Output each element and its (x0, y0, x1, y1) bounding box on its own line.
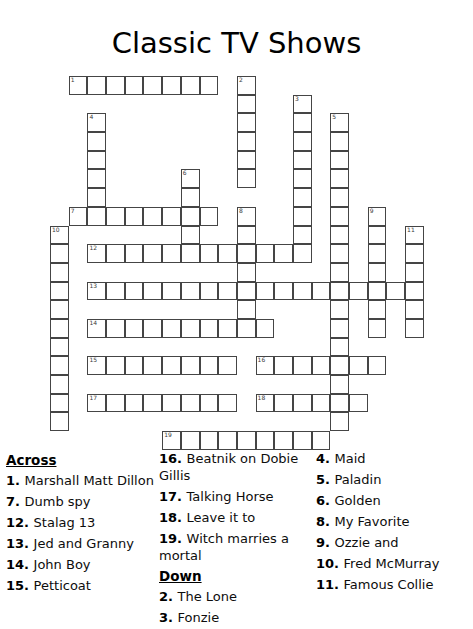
cell-r7c2[interactable] (87, 207, 106, 226)
cell-r6c0 (50, 188, 69, 207)
cell-r9c15[interactable] (330, 244, 349, 263)
cell-r7c12 (274, 207, 293, 226)
cell-r17c4[interactable] (125, 394, 144, 413)
clue-across-17: 17. Talking Horse (159, 488, 318, 505)
cell-r15c19 (405, 356, 424, 375)
cell-r7c15[interactable] (330, 207, 349, 226)
cell-r19c3 (106, 431, 125, 450)
cell-r12c16 (349, 300, 368, 319)
cell-r12c15[interactable] (330, 300, 349, 319)
cell-r5c10[interactable] (237, 169, 256, 188)
cell-r16c8 (200, 375, 219, 394)
cell-number-11: 11 (407, 227, 415, 233)
cell-r18c15[interactable] (330, 412, 349, 431)
clue-number-label: 14. (6, 557, 34, 572)
cell-r19c11[interactable] (256, 431, 275, 450)
cell-r6c11 (256, 188, 275, 207)
cell-r11c15[interactable] (330, 282, 349, 301)
cell-r1c6 (162, 95, 181, 114)
cell-r0c3[interactable] (106, 76, 125, 95)
cell-r18c0[interactable] (50, 412, 69, 431)
cell-r11c7[interactable] (181, 282, 200, 301)
cell-r13c17[interactable] (368, 319, 387, 338)
clue-number-label: 9. (316, 535, 335, 550)
cell-r5c2[interactable] (87, 169, 106, 188)
cell-r8c2 (87, 226, 106, 245)
cell-r10c10[interactable] (237, 263, 256, 282)
cell-r19c13[interactable] (293, 431, 312, 450)
cell-r13c11[interactable] (256, 319, 275, 338)
cell-r9c16 (349, 244, 368, 263)
cell-r6c8 (200, 188, 219, 207)
cell-r7c18 (386, 207, 405, 226)
cell-r10c9 (218, 263, 237, 282)
cell-r0c7[interactable] (181, 76, 200, 95)
cell-r18c18 (386, 412, 405, 431)
cell-r4c13[interactable] (293, 151, 312, 170)
cell-r17c16[interactable] (349, 394, 368, 413)
cell-r19c4 (125, 431, 144, 450)
cell-number-5: 5 (332, 114, 336, 120)
cell-r17c13[interactable] (293, 394, 312, 413)
cell-r12c6 (162, 300, 181, 319)
clue-down-11: 11. Famous Collie (316, 576, 473, 593)
cell-r14c4 (125, 338, 144, 357)
cell-r17c18 (386, 394, 405, 413)
cell-r13c0[interactable] (50, 319, 69, 338)
cell-r15c1 (69, 356, 88, 375)
cell-r19c17 (368, 431, 387, 450)
cell-r13c18 (386, 319, 405, 338)
cell-r9c5[interactable] (143, 244, 162, 263)
cell-r4c3 (106, 151, 125, 170)
clue-number-label: 5. (316, 472, 335, 487)
cell-r7c7[interactable] (181, 207, 200, 226)
cell-r15c7[interactable] (181, 356, 200, 375)
cell-r11c17[interactable] (368, 282, 387, 301)
cell-r2c5 (143, 113, 162, 132)
clue-number-label: 13. (6, 536, 34, 551)
cell-r12c12 (274, 300, 293, 319)
cell-r7c13[interactable] (293, 207, 312, 226)
cell-r13c9[interactable] (218, 319, 237, 338)
cell-r13c6[interactable] (162, 319, 181, 338)
cell-r13c4[interactable] (125, 319, 144, 338)
cell-r19c14[interactable] (312, 431, 331, 450)
cell-r15c0[interactable] (50, 356, 69, 375)
cell-r9c12[interactable] (274, 244, 293, 263)
cell-r1c13[interactable]: 3 (293, 95, 312, 114)
cell-r16c18 (386, 375, 405, 394)
cell-r10c4 (125, 263, 144, 282)
cell-r5c3 (106, 169, 125, 188)
cell-number-14: 14 (89, 320, 97, 326)
cell-r15c4[interactable] (125, 356, 144, 375)
cell-r15c13[interactable] (293, 356, 312, 375)
cell-r13c7[interactable] (181, 319, 200, 338)
cell-r8c13[interactable] (293, 226, 312, 245)
cell-r4c7 (181, 151, 200, 170)
clue-text: Paladin (335, 472, 382, 487)
cell-number-17: 17 (89, 395, 97, 401)
cell-r19c16 (349, 431, 368, 450)
cell-r2c7 (181, 113, 200, 132)
clue-text: John Boy (34, 557, 91, 572)
cell-r9c3[interactable] (106, 244, 125, 263)
cell-r9c6[interactable] (162, 244, 181, 263)
cell-r2c12 (274, 113, 293, 132)
cell-r11c14[interactable] (312, 282, 331, 301)
cell-r11c11[interactable] (256, 282, 275, 301)
cell-r19c9[interactable] (218, 431, 237, 450)
cell-r19c15 (330, 431, 349, 450)
cell-r2c13[interactable] (293, 113, 312, 132)
cell-r1c11 (256, 95, 275, 114)
cell-r3c2[interactable] (87, 132, 106, 151)
cell-r18c7 (181, 412, 200, 431)
cell-r15c11[interactable]: 16 (256, 356, 275, 375)
cell-r0c16 (349, 76, 368, 95)
cell-r7c1[interactable]: 7 (69, 207, 88, 226)
cell-r5c15[interactable] (330, 169, 349, 188)
cell-r6c2[interactable] (87, 188, 106, 207)
cell-r10c11 (256, 263, 275, 282)
cell-r10c19[interactable] (405, 263, 424, 282)
cell-r11c2[interactable]: 13 (87, 282, 106, 301)
cell-r18c14 (312, 412, 331, 431)
cell-r10c6 (162, 263, 181, 282)
cell-r16c3 (106, 375, 125, 394)
cell-r13c2[interactable]: 14 (87, 319, 106, 338)
cell-r8c17[interactable] (368, 226, 387, 245)
cell-r3c6 (162, 132, 181, 151)
cell-r6c3 (106, 188, 125, 207)
cell-r15c17[interactable] (368, 356, 387, 375)
cell-r15c15[interactable] (330, 356, 349, 375)
cell-r9c17[interactable] (368, 244, 387, 263)
cell-r10c2 (87, 263, 106, 282)
cell-r12c5 (143, 300, 162, 319)
cell-r8c19[interactable]: 11 (405, 226, 424, 245)
cell-r19c10[interactable] (237, 431, 256, 450)
clue-text: Stalag 13 (34, 515, 96, 530)
cell-r16c0[interactable] (50, 375, 69, 394)
cell-r10c7 (181, 263, 200, 282)
cell-r17c11[interactable]: 18 (256, 394, 275, 413)
cell-r11c8[interactable] (200, 282, 219, 301)
cell-number-2: 2 (239, 77, 243, 83)
clue-text: Golden (335, 493, 381, 508)
cell-r6c6 (162, 188, 181, 207)
clue-number-label: 19. (159, 531, 187, 546)
clue-across-19: 19. Witch marries a mortal (159, 530, 318, 564)
cell-r9c9[interactable] (218, 244, 237, 263)
cell-r8c5 (143, 226, 162, 245)
cell-r2c17 (368, 113, 387, 132)
cell-r5c11 (256, 169, 275, 188)
cell-r15c2[interactable]: 15 (87, 356, 106, 375)
cell-r6c7[interactable] (181, 188, 200, 207)
cell-r17c8[interactable] (200, 394, 219, 413)
cell-r15c16[interactable] (349, 356, 368, 375)
cell-r3c13[interactable] (293, 132, 312, 151)
cell-r9c7[interactable] (181, 244, 200, 263)
cell-r15c9[interactable] (218, 356, 237, 375)
cell-r10c17[interactable] (368, 263, 387, 282)
cell-r8c4 (125, 226, 144, 245)
clues-column-2: 16. Beatnik on Dobie Gillis17. Talking H… (159, 450, 318, 629)
cell-r11c18[interactable] (386, 282, 405, 301)
cell-r4c2[interactable] (87, 151, 106, 170)
cell-r0c15 (330, 76, 349, 95)
cell-r5c13[interactable] (293, 169, 312, 188)
cell-r2c3 (106, 113, 125, 132)
cell-r13c10[interactable] (237, 319, 256, 338)
cell-r12c10[interactable] (237, 300, 256, 319)
cell-number-3: 3 (295, 96, 299, 102)
cell-r17c12[interactable] (274, 394, 293, 413)
cell-r17c17 (368, 394, 387, 413)
cell-r3c5 (143, 132, 162, 151)
cell-r4c15[interactable] (330, 151, 349, 170)
cell-r15c8[interactable] (200, 356, 219, 375)
cell-r1c4 (125, 95, 144, 114)
cell-r5c8 (200, 169, 219, 188)
cell-r16c2 (87, 375, 106, 394)
cell-r4c10[interactable] (237, 151, 256, 170)
cell-r11c16[interactable] (349, 282, 368, 301)
cell-r17c15[interactable] (330, 394, 349, 413)
clue-text: My Favorite (335, 514, 410, 529)
cell-r0c10[interactable]: 2 (237, 76, 256, 95)
cell-r3c9 (218, 132, 237, 151)
cell-r1c8 (200, 95, 219, 114)
cell-r2c19 (405, 113, 424, 132)
cell-r0c2[interactable] (87, 76, 106, 95)
cell-r12c18 (386, 300, 405, 319)
cell-r18c16 (349, 412, 368, 431)
cell-r13c19[interactable] (405, 319, 424, 338)
cell-r3c7 (181, 132, 200, 151)
cell-r8c10[interactable] (237, 226, 256, 245)
cell-r13c14 (312, 319, 331, 338)
cell-r17c2[interactable]: 17 (87, 394, 106, 413)
cell-r17c14[interactable] (312, 394, 331, 413)
clue-number-label: 2. (159, 589, 178, 604)
cell-r2c10[interactable] (237, 113, 256, 132)
cell-r12c17[interactable] (368, 300, 387, 319)
cell-r2c0 (50, 113, 69, 132)
cell-r19c12[interactable] (274, 431, 293, 450)
cell-r11c5[interactable] (143, 282, 162, 301)
cell-r11c13[interactable] (293, 282, 312, 301)
cell-r9c8[interactable] (200, 244, 219, 263)
cell-r19c6[interactable]: 19 (162, 431, 181, 450)
cell-r5c1 (69, 169, 88, 188)
cell-r1c10[interactable] (237, 95, 256, 114)
cell-r16c17 (368, 375, 387, 394)
cell-r10c8 (200, 263, 219, 282)
cell-r16c13 (293, 375, 312, 394)
cell-r16c15[interactable] (330, 375, 349, 394)
cell-r2c16 (349, 113, 368, 132)
cell-r0c17 (368, 76, 387, 95)
cell-r12c19[interactable] (405, 300, 424, 319)
cell-r0c1[interactable]: 1 (69, 76, 88, 95)
cell-r13c12 (274, 319, 293, 338)
cell-r2c4 (125, 113, 144, 132)
clue-number-label: 18. (159, 510, 187, 525)
cell-r8c16 (349, 226, 368, 245)
cell-r5c17 (368, 169, 387, 188)
cell-r10c3 (106, 263, 125, 282)
cell-r11c0[interactable] (50, 282, 69, 301)
cell-number-9: 9 (370, 208, 374, 214)
cell-r3c15[interactable] (330, 132, 349, 151)
cell-r7c4[interactable] (125, 207, 144, 226)
cell-r8c1 (69, 226, 88, 245)
cell-r18c12 (274, 412, 293, 431)
cell-r17c10 (237, 394, 256, 413)
clue-number-label: 7. (6, 494, 25, 509)
cell-r3c3 (106, 132, 125, 151)
page-title: Classic TV Shows (0, 26, 473, 60)
cell-r11c19[interactable] (405, 282, 424, 301)
cell-r13c16 (349, 319, 368, 338)
cell-r11c4[interactable] (125, 282, 144, 301)
cell-r7c8[interactable] (200, 207, 219, 226)
cell-r11c12[interactable] (274, 282, 293, 301)
cell-r14c5 (143, 338, 162, 357)
cell-r0c6[interactable] (162, 76, 181, 95)
cell-r15c5[interactable] (143, 356, 162, 375)
cell-r2c18 (386, 113, 405, 132)
cell-r11c10[interactable] (237, 282, 256, 301)
cell-r11c3[interactable] (106, 282, 125, 301)
clue-text: Famous Collie (344, 577, 434, 592)
cell-r4c16 (349, 151, 368, 170)
cell-r4c11 (256, 151, 275, 170)
cell-r19c8[interactable] (200, 431, 219, 450)
cell-r13c8[interactable] (200, 319, 219, 338)
cell-r8c0[interactable]: 10 (50, 226, 69, 245)
cell-r2c15[interactable]: 5 (330, 113, 349, 132)
cell-r9c4[interactable] (125, 244, 144, 263)
cell-r1c3 (106, 95, 125, 114)
cell-r5c14 (312, 169, 331, 188)
cell-r1c7 (181, 95, 200, 114)
cell-r0c4[interactable] (125, 76, 144, 95)
cell-r8c8 (200, 226, 219, 245)
cell-r14c3 (106, 338, 125, 357)
cell-r7c17[interactable]: 9 (368, 207, 387, 226)
cell-r0c5[interactable] (143, 76, 162, 95)
cell-r17c6[interactable] (162, 394, 181, 413)
cell-r15c6[interactable] (162, 356, 181, 375)
cell-r2c2[interactable]: 4 (87, 113, 106, 132)
cell-r16c16 (349, 375, 368, 394)
cell-r3c14 (312, 132, 331, 151)
cell-r9c0[interactable] (50, 244, 69, 263)
cell-r7c3[interactable] (106, 207, 125, 226)
cell-r11c6[interactable] (162, 282, 181, 301)
cell-r17c9[interactable] (218, 394, 237, 413)
cell-r10c15[interactable] (330, 263, 349, 282)
cell-r13c15[interactable] (330, 319, 349, 338)
cell-r10c13 (293, 263, 312, 282)
cell-r17c5[interactable] (143, 394, 162, 413)
cell-r6c5 (143, 188, 162, 207)
cell-r5c19 (405, 169, 424, 188)
clue-across-14: 14. John Boy (6, 556, 154, 573)
cell-r10c0[interactable] (50, 263, 69, 282)
cell-r14c0[interactable] (50, 338, 69, 357)
clue-down-5: 5. Paladin (316, 471, 473, 488)
clues-column-3: 4. Maid5. Paladin6. Golden8. My Favorite… (316, 450, 473, 597)
cell-r8c15[interactable] (330, 226, 349, 245)
cell-r16c7 (181, 375, 200, 394)
cell-r17c0[interactable] (50, 394, 69, 413)
clue-number-label: 10. (316, 556, 344, 571)
cell-r13c5[interactable] (143, 319, 162, 338)
cell-r8c3 (106, 226, 125, 245)
cell-number-8: 8 (239, 208, 243, 214)
cell-r14c12 (274, 338, 293, 357)
cell-r3c18 (386, 132, 405, 151)
cell-r17c3[interactable] (106, 394, 125, 413)
cell-r7c6[interactable] (162, 207, 181, 226)
cell-r5c7[interactable]: 6 (181, 169, 200, 188)
cell-r6c16 (349, 188, 368, 207)
cell-number-18: 18 (258, 395, 266, 401)
cell-r7c5[interactable] (143, 207, 162, 226)
cell-r8c7[interactable] (181, 226, 200, 245)
cell-r15c14[interactable] (312, 356, 331, 375)
cell-r6c13[interactable] (293, 188, 312, 207)
cell-r18c17 (368, 412, 387, 431)
cell-r10c14 (312, 263, 331, 282)
cell-r9c11[interactable] (256, 244, 275, 263)
cell-r2c6 (162, 113, 181, 132)
cell-r19c7[interactable] (181, 431, 200, 450)
clue-across-13: 13. Jed and Granny (6, 535, 154, 552)
cell-r11c9[interactable] (218, 282, 237, 301)
cell-r10c1 (69, 263, 88, 282)
cell-r1c14 (312, 95, 331, 114)
cell-r12c0[interactable] (50, 300, 69, 319)
clue-across-16: 16. Beatnik on Dobie Gillis (159, 450, 318, 484)
cell-r18c2 (87, 412, 106, 431)
cell-r3c10[interactable] (237, 132, 256, 151)
clue-down-10: 10. Fred McMurray (316, 555, 473, 572)
cell-r9c13[interactable] (293, 244, 312, 263)
cell-r14c15[interactable] (330, 338, 349, 357)
clue-number-label: 1. (6, 473, 25, 488)
cell-r9c2[interactable]: 12 (87, 244, 106, 263)
cell-r13c3[interactable] (106, 319, 125, 338)
cell-r17c7[interactable] (181, 394, 200, 413)
cell-r9c19[interactable] (405, 244, 424, 263)
cell-r6c15[interactable] (330, 188, 349, 207)
cell-r15c12[interactable] (274, 356, 293, 375)
cell-r7c10[interactable]: 8 (237, 207, 256, 226)
cell-r9c14 (312, 244, 331, 263)
cell-number-7: 7 (71, 208, 75, 214)
cell-r9c10[interactable] (237, 244, 256, 263)
cell-number-15: 15 (89, 357, 97, 363)
cell-r0c8[interactable] (200, 76, 219, 95)
cell-r15c3[interactable] (106, 356, 125, 375)
